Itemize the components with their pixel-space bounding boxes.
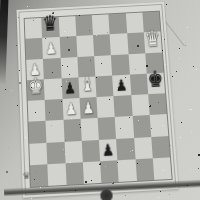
square-f3[interactable] <box>115 116 134 138</box>
square-c4[interactable]: ♟ <box>62 98 80 120</box>
square-h2[interactable] <box>151 136 170 159</box>
square-f5[interactable]: ♟ <box>112 74 130 96</box>
board-margin-emblem: ♛ <box>21 171 32 182</box>
piece-black-king[interactable]: ♚ <box>147 68 164 91</box>
piece-white-king[interactable]: ♚ <box>28 75 44 98</box>
bottom-edge-object <box>100 189 113 200</box>
square-c7[interactable] <box>59 36 77 57</box>
square-f6[interactable] <box>111 54 129 75</box>
square-c1[interactable] <box>65 162 84 185</box>
square-b7[interactable]: ♟ <box>42 37 60 58</box>
square-a7[interactable] <box>25 38 43 59</box>
square-h5[interactable]: ♚ <box>146 72 165 94</box>
square-c3[interactable] <box>63 119 81 141</box>
square-a3[interactable] <box>28 121 46 143</box>
square-g8[interactable] <box>125 13 143 34</box>
square-g3[interactable] <box>132 115 151 137</box>
square-f8[interactable] <box>109 13 127 34</box>
square-e4[interactable] <box>96 96 114 118</box>
piece-white-queen[interactable]: ♛ <box>144 28 160 50</box>
square-b1[interactable] <box>48 163 67 186</box>
square-d5[interactable]: ♝ <box>78 76 96 98</box>
square-f4[interactable] <box>114 95 133 117</box>
square-c8[interactable] <box>58 16 76 37</box>
square-e2[interactable]: ♟ <box>99 138 118 161</box>
chess-board[interactable]: ♛♟♛♟♚♟♝♟♚♟♟♟ ♛ <box>17 2 179 198</box>
square-b6[interactable] <box>43 58 61 80</box>
chessboard-photo-scene: ♛♟♛♟♚♟♝♟♚♟♟♟ ♛ <box>0 0 200 200</box>
square-a2[interactable] <box>29 142 47 165</box>
square-g5[interactable] <box>129 73 148 95</box>
square-c2[interactable] <box>64 140 83 163</box>
square-h3[interactable] <box>149 114 168 136</box>
square-f7[interactable] <box>110 33 128 54</box>
piece-black-pawn[interactable]: ♟ <box>115 77 128 93</box>
piece-black-queen[interactable]: ♛ <box>42 13 58 35</box>
square-b4[interactable] <box>45 99 63 121</box>
photo-edge-shadow <box>0 0 9 85</box>
square-b3[interactable] <box>46 120 64 142</box>
square-e1[interactable] <box>100 160 119 183</box>
square-a4[interactable] <box>28 100 46 122</box>
square-d2[interactable] <box>81 139 100 162</box>
square-b8[interactable]: ♛ <box>41 17 59 38</box>
square-d8[interactable] <box>75 15 93 36</box>
square-a5[interactable]: ♚ <box>27 79 45 101</box>
piece-white-pawn[interactable]: ♟ <box>65 101 77 117</box>
square-d1[interactable] <box>83 161 102 184</box>
square-c6[interactable] <box>60 57 78 79</box>
square-h7[interactable]: ♛ <box>144 32 162 53</box>
square-e6[interactable] <box>94 55 112 77</box>
square-g7[interactable] <box>127 33 145 54</box>
square-c5[interactable]: ♟ <box>61 77 79 99</box>
square-a8[interactable] <box>25 18 43 39</box>
board-grid[interactable]: ♛♟♛♟♚♟♝♟♚♟♟♟ <box>24 11 173 188</box>
piece-black-pawn[interactable]: ♟ <box>64 80 76 96</box>
square-a1[interactable] <box>30 164 48 187</box>
emblem-crown-icon: ♛ <box>22 170 31 181</box>
square-e8[interactable] <box>92 14 110 35</box>
square-h1[interactable] <box>153 157 172 180</box>
square-f2[interactable] <box>116 138 135 161</box>
square-e7[interactable] <box>93 34 111 55</box>
square-b2[interactable] <box>47 141 65 164</box>
square-f1[interactable] <box>118 159 137 182</box>
square-g1[interactable] <box>135 158 154 181</box>
square-g4[interactable] <box>131 94 150 116</box>
square-e5[interactable] <box>95 75 113 97</box>
square-d4[interactable]: ♟ <box>79 97 97 119</box>
piece-white-pawn[interactable]: ♟ <box>82 100 94 116</box>
square-b5[interactable] <box>44 78 62 100</box>
piece-black-pawn[interactable]: ♟ <box>102 141 115 158</box>
square-h4[interactable] <box>148 93 167 115</box>
square-d7[interactable] <box>76 35 94 56</box>
square-e3[interactable] <box>98 117 117 139</box>
square-g2[interactable] <box>134 137 153 160</box>
square-d3[interactable] <box>80 118 98 140</box>
piece-white-pawn[interactable]: ♟ <box>45 40 57 56</box>
square-g6[interactable] <box>128 53 146 74</box>
piece-white-bishop[interactable]: ♝ <box>80 75 94 95</box>
